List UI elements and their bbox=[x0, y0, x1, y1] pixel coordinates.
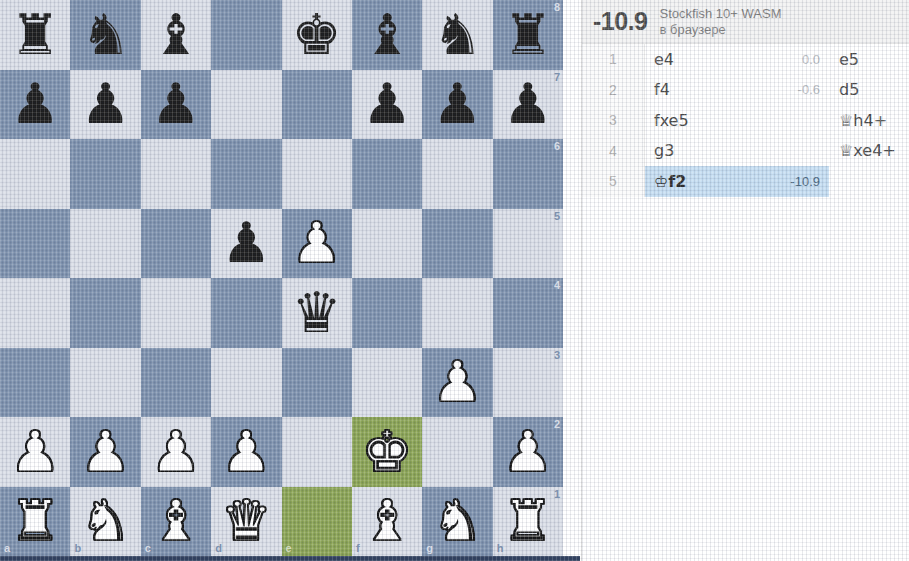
move-san: g3 bbox=[654, 141, 674, 160]
move-eval: -0.6 bbox=[798, 82, 820, 97]
square-c3[interactable] bbox=[141, 348, 211, 418]
move-san: f4 bbox=[654, 80, 670, 99]
black-bishop[interactable]: ♝ bbox=[151, 7, 201, 63]
white-move-1[interactable]: e40.0 bbox=[645, 44, 829, 75]
square-d4[interactable] bbox=[211, 278, 281, 348]
black-rook[interactable]: ♜ bbox=[503, 7, 553, 63]
file-label-a: a bbox=[4, 543, 10, 554]
white-queen[interactable]: ♛ bbox=[221, 493, 271, 549]
move-eval: -10.9 bbox=[790, 174, 820, 189]
square-h2[interactable]: ♟2 bbox=[493, 417, 563, 487]
square-f3[interactable] bbox=[352, 348, 422, 418]
square-f7[interactable]: ♟ bbox=[352, 70, 422, 140]
black-pawn[interactable]: ♟ bbox=[221, 215, 271, 271]
square-h7[interactable]: ♟7 bbox=[493, 70, 563, 140]
square-e1[interactable]: e bbox=[282, 487, 352, 557]
rank-label-7: 7 bbox=[554, 72, 560, 83]
square-f1[interactable]: ♝f bbox=[352, 487, 422, 557]
square-d7[interactable] bbox=[211, 70, 281, 140]
black-pawn[interactable]: ♟ bbox=[80, 76, 130, 132]
square-g1[interactable]: ♞g bbox=[422, 487, 492, 557]
black-move-1[interactable]: e5 bbox=[829, 44, 909, 75]
white-pawn[interactable]: ♟ bbox=[221, 424, 271, 480]
square-h8[interactable]: ♜8 bbox=[493, 0, 563, 70]
rank-label-1: 1 bbox=[554, 489, 560, 500]
black-move-3[interactable]: ♕h4+ bbox=[829, 105, 909, 136]
black-queen[interactable]: ♛ bbox=[292, 285, 342, 341]
rank-label-8: 8 bbox=[554, 2, 560, 13]
white-pawn[interactable]: ♟ bbox=[503, 424, 553, 480]
move-san: e4 bbox=[654, 50, 674, 69]
square-f4[interactable] bbox=[352, 278, 422, 348]
square-g3[interactable]: ♟ bbox=[422, 348, 492, 418]
square-f8[interactable]: ♝ bbox=[352, 0, 422, 70]
white-move-4[interactable]: g3 bbox=[645, 136, 829, 167]
square-f5[interactable] bbox=[352, 209, 422, 279]
file-label-e: e bbox=[286, 543, 292, 554]
square-c6[interactable] bbox=[141, 139, 211, 209]
white-move-2[interactable]: f4-0.6 bbox=[645, 75, 829, 106]
square-e6[interactable] bbox=[282, 139, 352, 209]
rank-label-5: 5 bbox=[554, 211, 560, 222]
square-d1[interactable]: ♛d bbox=[211, 487, 281, 557]
white-move-5[interactable]: ♔f2-10.9 bbox=[645, 166, 829, 197]
square-b5[interactable] bbox=[70, 209, 140, 279]
white-pawn[interactable]: ♟ bbox=[10, 424, 60, 480]
move-number: 1 bbox=[582, 44, 645, 75]
black-move-2[interactable]: d5 bbox=[829, 75, 909, 106]
file-label-d: d bbox=[215, 543, 222, 554]
square-d8[interactable] bbox=[211, 0, 281, 70]
black-pawn[interactable]: ♟ bbox=[503, 76, 553, 132]
analysis-screen: ♜♞♝♚♝♞♜8♟♟♟♟♟♟76♟♟5♛4♟3♟♟♟♟♚♟2♜a♞b♝c♛de♝… bbox=[0, 0, 909, 561]
square-h1[interactable]: ♜1h bbox=[493, 487, 563, 557]
rank-label-3: 3 bbox=[554, 350, 560, 361]
file-label-h: h bbox=[497, 543, 504, 554]
square-d6[interactable] bbox=[211, 139, 281, 209]
chess-board[interactable]: ♜♞♝♚♝♞♜8♟♟♟♟♟♟76♟♟5♛4♟3♟♟♟♟♚♟2♜a♞b♝c♛de♝… bbox=[0, 0, 563, 556]
square-e8[interactable]: ♚ bbox=[282, 0, 352, 70]
move-list: 1e40.0e52f4-0.6d53fxe5♕h4+4g3♕xe4+5♔f2-1… bbox=[582, 44, 909, 197]
square-b8[interactable]: ♞ bbox=[70, 0, 140, 70]
move-number: 3 bbox=[582, 105, 645, 136]
black-king[interactable]: ♚ bbox=[292, 7, 342, 63]
engine-eval: -10.9 bbox=[593, 7, 647, 36]
rank-label-4: 4 bbox=[554, 280, 560, 291]
square-c7[interactable]: ♟ bbox=[141, 70, 211, 140]
white-pawn[interactable]: ♟ bbox=[80, 424, 130, 480]
square-a2[interactable]: ♟ bbox=[0, 417, 70, 487]
black-move-5 bbox=[829, 166, 909, 197]
square-d2[interactable]: ♟ bbox=[211, 417, 281, 487]
move-number: 5 bbox=[582, 166, 645, 197]
black-pawn[interactable]: ♟ bbox=[10, 76, 60, 132]
square-b1[interactable]: ♞b bbox=[70, 487, 140, 557]
square-a4[interactable] bbox=[0, 278, 70, 348]
square-g2[interactable] bbox=[422, 417, 492, 487]
engine-header: -10.9 Stockfish 10+ WASM в браузере bbox=[582, 0, 909, 44]
move-number: 4 bbox=[582, 136, 645, 167]
white-bishop[interactable]: ♝ bbox=[151, 493, 201, 549]
white-rook[interactable]: ♜ bbox=[10, 493, 60, 549]
square-a1[interactable]: ♜a bbox=[0, 487, 70, 557]
engine-subtitle: в браузере bbox=[659, 22, 781, 38]
move-san: ♔f2 bbox=[654, 172, 686, 191]
square-e5[interactable]: ♟ bbox=[282, 209, 352, 279]
square-b7[interactable]: ♟ bbox=[70, 70, 140, 140]
square-h5[interactable]: 5 bbox=[493, 209, 563, 279]
move-row-3: 3fxe5♕h4+ bbox=[582, 105, 909, 136]
file-label-g: g bbox=[426, 543, 433, 554]
square-b6[interactable] bbox=[70, 139, 140, 209]
white-pawn[interactable]: ♟ bbox=[292, 215, 342, 271]
engine-info: Stockfish 10+ WASM в браузере bbox=[659, 5, 781, 38]
white-pawn[interactable]: ♟ bbox=[432, 354, 482, 410]
black-pawn[interactable]: ♟ bbox=[362, 76, 412, 132]
square-b3[interactable] bbox=[70, 348, 140, 418]
square-c5[interactable] bbox=[141, 209, 211, 279]
white-knight[interactable]: ♞ bbox=[432, 493, 482, 549]
square-a7[interactable]: ♟ bbox=[0, 70, 70, 140]
file-label-f: f bbox=[356, 543, 360, 554]
square-a5[interactable] bbox=[0, 209, 70, 279]
square-h3[interactable]: 3 bbox=[493, 348, 563, 418]
square-b4[interactable] bbox=[70, 278, 140, 348]
square-a8[interactable]: ♜ bbox=[0, 0, 70, 70]
move-row-5: 5♔f2-10.9 bbox=[582, 166, 909, 197]
square-g8[interactable]: ♞ bbox=[422, 0, 492, 70]
square-e2[interactable] bbox=[282, 417, 352, 487]
square-c4[interactable] bbox=[141, 278, 211, 348]
black-pawn[interactable]: ♟ bbox=[151, 76, 201, 132]
square-d3[interactable] bbox=[211, 348, 281, 418]
square-g4[interactable] bbox=[422, 278, 492, 348]
black-knight[interactable]: ♞ bbox=[432, 7, 482, 63]
white-pawn[interactable]: ♟ bbox=[151, 424, 201, 480]
move-number: 2 bbox=[582, 75, 645, 106]
rank-label-6: 6 bbox=[554, 141, 560, 152]
square-d5[interactable]: ♟ bbox=[211, 209, 281, 279]
square-f2[interactable]: ♚ bbox=[352, 417, 422, 487]
board-bottom-bar bbox=[0, 556, 580, 561]
white-rook[interactable]: ♜ bbox=[503, 493, 553, 549]
move-san: fxe5 bbox=[654, 111, 689, 130]
move-row-4: 4g3♕xe4+ bbox=[582, 136, 909, 167]
square-f6[interactable] bbox=[352, 139, 422, 209]
black-knight[interactable]: ♞ bbox=[80, 7, 130, 63]
black-bishop[interactable]: ♝ bbox=[362, 7, 412, 63]
black-pawn[interactable]: ♟ bbox=[432, 76, 482, 132]
move-row-2: 2f4-0.6d5 bbox=[582, 75, 909, 106]
black-move-4[interactable]: ♕xe4+ bbox=[829, 136, 909, 167]
black-rook[interactable]: ♜ bbox=[10, 7, 60, 63]
white-knight[interactable]: ♞ bbox=[80, 493, 130, 549]
square-c2[interactable]: ♟ bbox=[141, 417, 211, 487]
square-c8[interactable]: ♝ bbox=[141, 0, 211, 70]
square-b2[interactable]: ♟ bbox=[70, 417, 140, 487]
move-eval: 0.0 bbox=[802, 52, 820, 67]
square-h6[interactable]: 6 bbox=[493, 139, 563, 209]
square-c1[interactable]: ♝c bbox=[141, 487, 211, 557]
square-e3[interactable] bbox=[282, 348, 352, 418]
white-bishop[interactable]: ♝ bbox=[362, 493, 412, 549]
file-label-c: c bbox=[145, 543, 151, 554]
square-g6[interactable] bbox=[422, 139, 492, 209]
move-row-1: 1e40.0e5 bbox=[582, 44, 909, 75]
square-e7[interactable] bbox=[282, 70, 352, 140]
file-label-b: b bbox=[74, 543, 81, 554]
square-a6[interactable] bbox=[0, 139, 70, 209]
square-g5[interactable] bbox=[422, 209, 492, 279]
square-g7[interactable]: ♟ bbox=[422, 70, 492, 140]
square-e4[interactable]: ♛ bbox=[282, 278, 352, 348]
white-move-3[interactable]: fxe5 bbox=[645, 105, 829, 136]
square-a3[interactable] bbox=[0, 348, 70, 418]
engine-panel: -10.9 Stockfish 10+ WASM в браузере 1e40… bbox=[581, 0, 909, 561]
rank-label-2: 2 bbox=[554, 419, 560, 430]
engine-name: Stockfish 10+ WASM bbox=[659, 6, 781, 22]
square-h4[interactable]: 4 bbox=[493, 278, 563, 348]
white-king[interactable]: ♚ bbox=[362, 424, 412, 480]
